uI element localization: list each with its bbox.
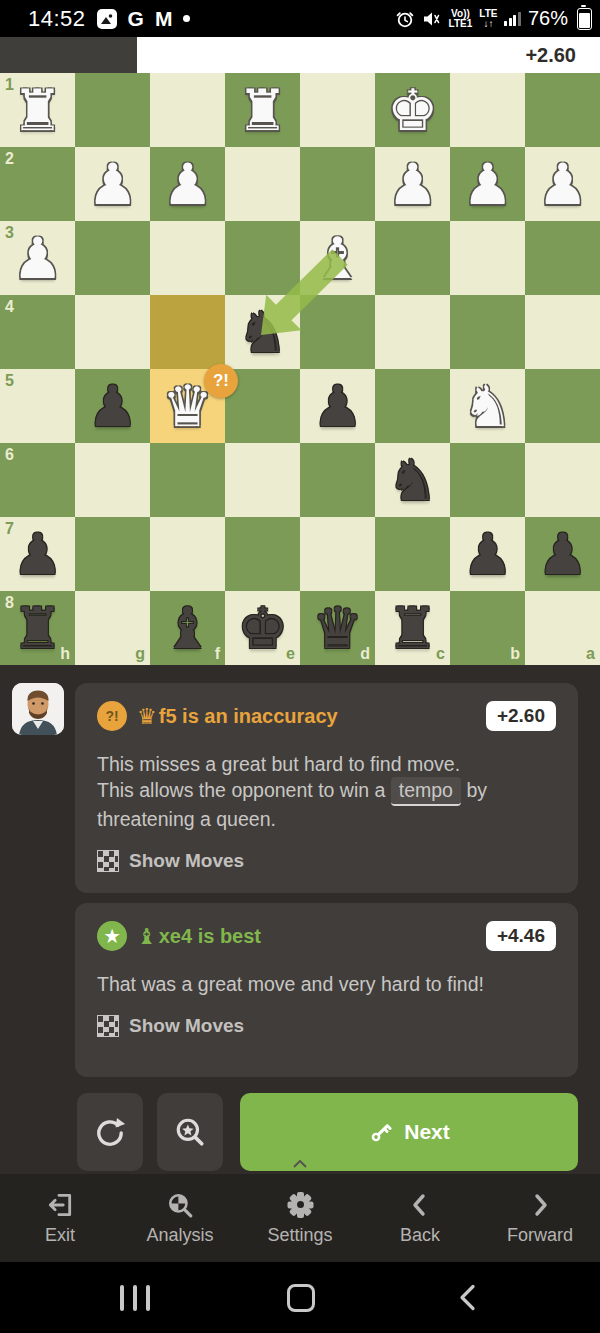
chevron-left-icon <box>407 1191 433 1219</box>
rank-label-4: 4 <box>5 298 14 316</box>
square-g1[interactable] <box>75 73 150 147</box>
square-h4[interactable]: 4 <box>0 295 75 369</box>
notification-dot-icon <box>183 15 190 22</box>
home-icon[interactable] <box>287 1284 315 1312</box>
square-g3[interactable] <box>75 221 150 295</box>
inaccuracy-card: ?! ♛ f5 is an inaccuracy +2.60 This miss… <box>75 683 578 893</box>
piece-bR-c8[interactable]: ♜ <box>375 591 450 665</box>
square-f1[interactable] <box>150 73 225 147</box>
square-d4[interactable] <box>300 295 375 369</box>
piece-bN-e4[interactable]: ♞ <box>225 295 300 369</box>
square-e4[interactable]: ♞ <box>225 295 300 369</box>
retry-button[interactable] <box>77 1093 143 1171</box>
magnifier-star-icon <box>174 1116 206 1148</box>
square-c8[interactable]: c♜ <box>375 591 450 665</box>
square-e8[interactable]: e♚ <box>225 591 300 665</box>
square-c5[interactable] <box>375 369 450 443</box>
battery-icon <box>577 8 592 30</box>
square-a8[interactable]: a <box>525 591 600 665</box>
alarm-icon <box>395 9 415 29</box>
piece-bQ-d8[interactable]: ♛ <box>300 591 375 665</box>
status-bar: 14:52 G M Vo))LTE1 LTE↓↑ <box>0 0 600 37</box>
square-c3[interactable] <box>375 221 450 295</box>
square-a1[interactable] <box>525 73 600 147</box>
bottom-nav: Exit Analysis Settings <box>0 1174 600 1262</box>
next-button[interactable]: Next <box>240 1093 578 1171</box>
square-c1[interactable]: ♚ <box>375 73 450 147</box>
chess-board[interactable]: 1♜♜♚2♟♟♟♟♟3♟♝4♞5♟♛♟♞6♞7♟♟♟8h♜gf♝e♚d♛c♜ba… <box>0 73 600 665</box>
exit-icon <box>46 1191 74 1219</box>
square-b4[interactable] <box>450 295 525 369</box>
square-a3[interactable] <box>525 221 600 295</box>
best-move-description: That was a great move and very hard to f… <box>97 971 556 997</box>
signal-bars-icon <box>504 11 521 26</box>
piece-wR-h1[interactable]: ♜ <box>0 73 75 147</box>
file-label-a: a <box>586 645 595 663</box>
square-c6[interactable]: ♞ <box>375 443 450 517</box>
square-g6[interactable] <box>75 443 150 517</box>
square-h6[interactable]: 6 <box>0 443 75 517</box>
gmail-m-icon: M <box>155 7 173 31</box>
clock-time: 14:52 <box>28 6 86 32</box>
square-d3[interactable]: ♝ <box>300 221 375 295</box>
square-g5[interactable]: ♟ <box>75 369 150 443</box>
player-avatar[interactable] <box>12 683 64 735</box>
square-h7[interactable]: 7♟ <box>0 517 75 591</box>
mini-board-icon <box>97 850 119 872</box>
game-review-button[interactable] <box>157 1093 223 1171</box>
square-e1[interactable]: ♜ <box>225 73 300 147</box>
square-e3[interactable] <box>225 221 300 295</box>
square-f8[interactable]: f♝ <box>150 591 225 665</box>
file-label-b: b <box>510 645 520 663</box>
sheet-handle-caret[interactable] <box>293 1160 307 1168</box>
piece-bP-d5[interactable]: ♟ <box>300 369 375 443</box>
best-move-star-icon: ★ <box>97 921 127 951</box>
piece-wP-c2[interactable]: ♟ <box>375 147 450 221</box>
piece-bP-b7[interactable]: ♟ <box>450 517 525 591</box>
piece-wK-c1[interactable]: ♚ <box>375 73 450 147</box>
app-screen: 14:52 G M Vo))LTE1 LTE↓↑ <box>0 0 600 1333</box>
analysis-magnifier-icon <box>166 1191 194 1219</box>
square-d1[interactable] <box>300 73 375 147</box>
square-h8[interactable]: 8h♜ <box>0 591 75 665</box>
queen-icon: ♛ <box>137 704 157 729</box>
square-d7[interactable] <box>300 517 375 591</box>
volte-indicator: Vo))LTE1 <box>449 9 473 29</box>
piece-bB-f8[interactable]: ♝ <box>150 591 225 665</box>
square-h5[interactable]: 5 <box>0 369 75 443</box>
rank-label-2: 2 <box>5 150 14 168</box>
piece-bP-h7[interactable]: ♟ <box>0 517 75 591</box>
square-b2[interactable]: ♟ <box>450 147 525 221</box>
piece-wP-f2[interactable]: ♟ <box>150 147 225 221</box>
square-c4[interactable] <box>375 295 450 369</box>
inaccuracy-description: This misses a great but hard to find mov… <box>97 751 556 832</box>
google-g-icon: G <box>128 7 144 31</box>
square-a6[interactable] <box>525 443 600 517</box>
square-h3[interactable]: 3♟ <box>0 221 75 295</box>
square-a7[interactable]: ♟ <box>525 517 600 591</box>
square-h1[interactable]: 1♜ <box>0 73 75 147</box>
evaluation-score: +2.60 <box>525 37 576 73</box>
mini-board-icon <box>97 1015 119 1037</box>
gallery-icon <box>97 9 117 29</box>
square-d2[interactable] <box>300 147 375 221</box>
android-back-icon[interactable] <box>458 1284 476 1311</box>
eval-badge: +2.60 <box>486 701 556 731</box>
nav-settings[interactable]: Settings <box>240 1174 360 1262</box>
square-d5[interactable]: ♟ <box>300 369 375 443</box>
rank-label-5: 5 <box>5 372 14 390</box>
square-g8[interactable]: g <box>75 591 150 665</box>
recents-icon[interactable] <box>120 1285 150 1311</box>
piece-wP-h3[interactable]: ♟ <box>0 221 75 295</box>
piece-bP-g5[interactable]: ♟ <box>75 369 150 443</box>
piece-bR-h8[interactable]: ♜ <box>0 591 75 665</box>
board-grid: 1♜♜♚2♟♟♟♟♟3♟♝4♞5♟♛♟♞6♞7♟♟♟8h♜gf♝e♚d♛c♜ba <box>0 73 600 665</box>
piece-wP-a2[interactable]: ♟ <box>525 147 600 221</box>
inaccuracy-badge: ?! <box>204 364 238 398</box>
evaluation-bar: +2.60 <box>0 37 600 73</box>
square-b3[interactable] <box>450 221 525 295</box>
piece-bN-c6[interactable]: ♞ <box>375 443 450 517</box>
piece-wP-g2[interactable]: ♟ <box>75 147 150 221</box>
square-e7[interactable] <box>225 517 300 591</box>
square-a4[interactable] <box>525 295 600 369</box>
nav-analysis[interactable]: Analysis <box>120 1174 240 1262</box>
square-a5[interactable] <box>525 369 600 443</box>
file-label-g: g <box>135 645 145 663</box>
battery-percent: 76% <box>528 7 568 30</box>
square-h2[interactable]: 2 <box>0 147 75 221</box>
square-e2[interactable] <box>225 147 300 221</box>
square-f4[interactable] <box>150 295 225 369</box>
bishop-icon: ♝ <box>137 924 157 949</box>
square-e6[interactable] <box>225 443 300 517</box>
nav-back[interactable]: Back <box>360 1174 480 1262</box>
nav-forward[interactable]: Forward <box>480 1174 600 1262</box>
eval-badge: +4.46 <box>486 921 556 951</box>
piece-wN-b5[interactable]: ♞ <box>450 369 525 443</box>
chevron-right-icon <box>527 1191 553 1219</box>
square-f7[interactable] <box>150 517 225 591</box>
square-d8[interactable]: d♛ <box>300 591 375 665</box>
tempo-term[interactable]: tempo <box>391 777 461 806</box>
square-c2[interactable]: ♟ <box>375 147 450 221</box>
square-b8[interactable]: b <box>450 591 525 665</box>
square-g4[interactable] <box>75 295 150 369</box>
android-nav-bar <box>0 1262 600 1333</box>
piece-wR-e1[interactable]: ♜ <box>225 73 300 147</box>
square-b1[interactable] <box>450 73 525 147</box>
piece-wP-b2[interactable]: ♟ <box>450 147 525 221</box>
square-b7[interactable]: ♟ <box>450 517 525 591</box>
piece-wB-d3[interactable]: ♝ <box>300 221 375 295</box>
piece-bP-a7[interactable]: ♟ <box>525 517 600 591</box>
best-move-title: ♝ xe4 is best <box>137 924 261 949</box>
retry-icon <box>94 1116 126 1148</box>
evaluation-bar-black-share <box>0 37 137 73</box>
square-c7[interactable] <box>375 517 450 591</box>
square-g2[interactable]: ♟ <box>75 147 150 221</box>
inaccuracy-icon: ?! <box>97 701 127 731</box>
square-f3[interactable] <box>150 221 225 295</box>
piece-bK-e8[interactable]: ♚ <box>225 591 300 665</box>
show-moves-button[interactable]: Show Moves <box>97 850 556 872</box>
square-b5[interactable]: ♞ <box>450 369 525 443</box>
lte-indicator: LTE↓↑ <box>479 9 497 29</box>
best-move-card: ★ ♝ xe4 is best +4.46 That was a great m… <box>75 903 578 1077</box>
mute-icon <box>422 10 442 28</box>
square-g7[interactable] <box>75 517 150 591</box>
show-moves-button[interactable]: Show Moves <box>97 1015 556 1037</box>
key-icon <box>368 1119 394 1145</box>
square-f6[interactable] <box>150 443 225 517</box>
square-f2[interactable]: ♟ <box>150 147 225 221</box>
inaccuracy-title: ♛ f5 is an inaccuracy <box>137 704 338 729</box>
analysis-panel: ?! ♛ f5 is an inaccuracy +2.60 This miss… <box>0 665 600 1174</box>
square-b6[interactable] <box>450 443 525 517</box>
nav-exit[interactable]: Exit <box>0 1174 120 1262</box>
rank-label-6: 6 <box>5 446 14 464</box>
gear-icon <box>287 1191 313 1219</box>
square-a2[interactable]: ♟ <box>525 147 600 221</box>
square-d6[interactable] <box>300 443 375 517</box>
